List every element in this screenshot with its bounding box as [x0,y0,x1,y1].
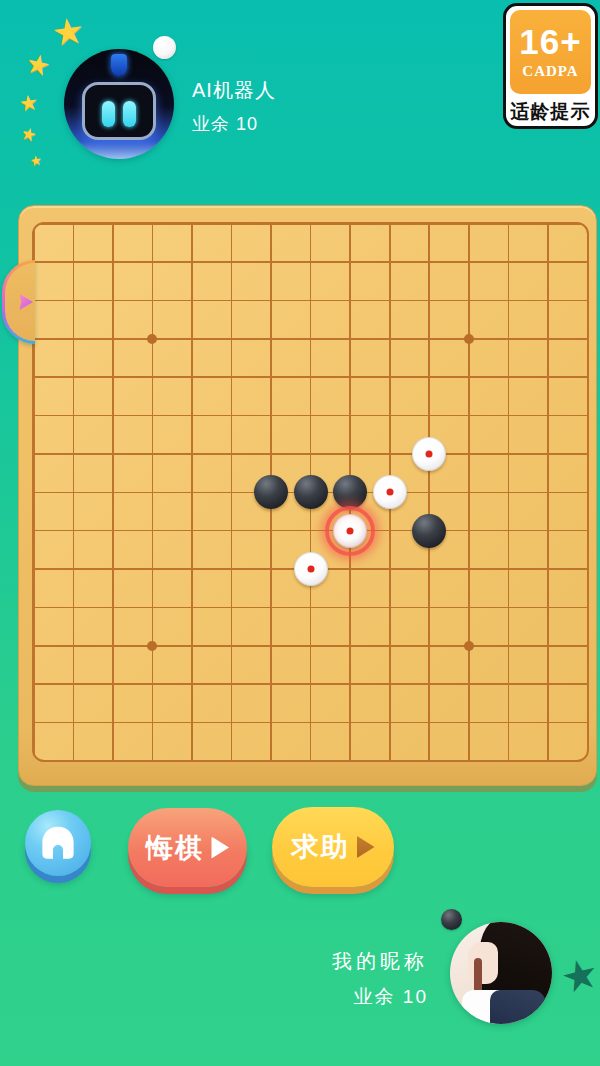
star-icon: ★ [50,12,87,52]
avatar-face [468,942,498,984]
white-stone [373,475,407,509]
age-rating-value: 16+ [519,24,581,59]
black-stone [333,475,367,509]
opponent-name: AI机器人 [192,77,276,104]
home-button[interactable] [25,810,91,876]
age-rating-org: CADPA [522,63,578,80]
opponent-stone-color-icon [153,36,176,59]
gomoku-board[interactable] [33,223,588,762]
help-button-label: 求助 [292,829,350,865]
robot-eye [123,101,136,127]
home-icon [38,824,78,862]
black-stone [294,475,328,509]
board-star-point [464,641,474,651]
robot-antenna [111,54,127,76]
board-frame [18,205,597,786]
opponent-rank: 业余 10 [192,112,258,136]
robot-head [82,82,156,140]
avatar-collar [490,990,546,1024]
star-icon: ★ [18,91,40,114]
play-triangle-icon [356,836,375,858]
white-stone [412,437,446,471]
age-rating-inner: 16+ CADPA [510,10,591,94]
side-drawer-handle[interactable] [2,260,35,344]
age-rating-badge: 16+ CADPA 适龄提示 [503,3,598,129]
star-icon: ★ [29,153,42,167]
board-star-point [147,641,157,651]
game-screen: ★ ★ ★ ★ ★ AI机器人 业余 10 16+ CADPA 适龄提示 [0,0,600,1066]
white-stone-last-move [333,514,367,548]
star-icon: ★ [23,50,52,81]
player-stone-color-icon [441,909,462,930]
undo-button[interactable]: 悔棋 [128,808,247,887]
play-triangle-icon [210,837,229,859]
age-rating-label: 适龄提示 [511,99,591,125]
star-icon: ★ [556,951,600,1001]
black-stone [412,514,446,548]
player-name: 我的昵称 [230,948,428,975]
black-stone [254,475,288,509]
white-stone [294,552,328,586]
board-star-point [147,334,157,344]
board-star-point [464,334,474,344]
player-avatar [450,922,552,1024]
robot-eye [102,101,115,127]
star-icon: ★ [19,124,38,144]
arrow-right-icon [18,294,33,310]
help-button[interactable]: 求助 [272,807,394,887]
player-rank: 业余 10 [230,984,428,1010]
opponent-avatar [64,49,174,159]
side-drawer-handle-inner [5,263,35,341]
undo-button-label: 悔棋 [146,830,204,866]
